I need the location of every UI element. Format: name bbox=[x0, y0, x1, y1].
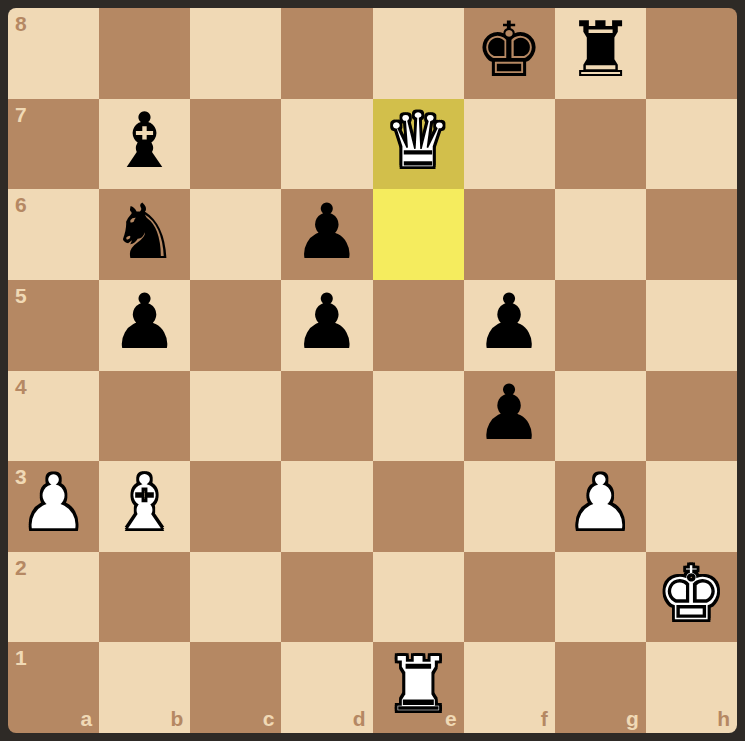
square-g4[interactable] bbox=[555, 371, 646, 462]
square-f7[interactable] bbox=[464, 99, 555, 190]
square-b8[interactable] bbox=[99, 8, 190, 99]
square-a8[interactable]: 8 bbox=[8, 8, 99, 99]
square-f4[interactable]: ♟ bbox=[464, 371, 555, 462]
square-a6[interactable]: 6 bbox=[8, 189, 99, 280]
square-b1[interactable]: b bbox=[99, 642, 190, 733]
square-c6[interactable] bbox=[190, 189, 281, 280]
square-e3[interactable] bbox=[373, 461, 464, 552]
file-label-a: a bbox=[80, 708, 92, 729]
rank-label-6: 6 bbox=[15, 194, 27, 215]
square-c1[interactable]: c bbox=[190, 642, 281, 733]
square-h8[interactable] bbox=[646, 8, 737, 99]
square-f2[interactable] bbox=[464, 552, 555, 643]
square-h1[interactable]: h bbox=[646, 642, 737, 733]
square-f5[interactable]: ♟ bbox=[464, 280, 555, 371]
square-f3[interactable] bbox=[464, 461, 555, 552]
black-pawn[interactable]: ♟ bbox=[293, 194, 361, 270]
square-d2[interactable] bbox=[281, 552, 372, 643]
rank-label-7: 7 bbox=[15, 104, 27, 125]
square-c4[interactable] bbox=[190, 371, 281, 462]
white-pawn[interactable]: ♟ bbox=[19, 465, 87, 541]
square-h6[interactable] bbox=[646, 189, 737, 280]
black-pawn[interactable]: ♟ bbox=[475, 375, 543, 451]
black-pawn[interactable]: ♟ bbox=[293, 284, 361, 360]
square-a2[interactable]: 2 bbox=[8, 552, 99, 643]
square-b2[interactable] bbox=[99, 552, 190, 643]
square-d6[interactable]: ♟ bbox=[281, 189, 372, 280]
square-d8[interactable] bbox=[281, 8, 372, 99]
square-g6[interactable] bbox=[555, 189, 646, 280]
square-a5[interactable]: 5 bbox=[8, 280, 99, 371]
rank-label-8: 8 bbox=[15, 13, 27, 34]
file-label-f: f bbox=[541, 708, 548, 729]
square-e1[interactable]: e♜ bbox=[373, 642, 464, 733]
white-rook[interactable]: ♜ bbox=[384, 647, 452, 723]
square-f1[interactable]: f bbox=[464, 642, 555, 733]
square-d3[interactable] bbox=[281, 461, 372, 552]
rank-label-4: 4 bbox=[15, 376, 27, 397]
rank-label-5: 5 bbox=[15, 285, 27, 306]
square-g5[interactable] bbox=[555, 280, 646, 371]
white-king[interactable]: ♚ bbox=[657, 556, 725, 632]
square-b6[interactable]: ♞ bbox=[99, 189, 190, 280]
black-king[interactable]: ♚ bbox=[475, 12, 543, 88]
square-b4[interactable] bbox=[99, 371, 190, 462]
square-e2[interactable] bbox=[373, 552, 464, 643]
square-g3[interactable]: ♟ bbox=[555, 461, 646, 552]
square-d5[interactable]: ♟ bbox=[281, 280, 372, 371]
white-bishop[interactable]: ♝ bbox=[111, 465, 179, 541]
square-e7[interactable]: ♛ bbox=[373, 99, 464, 190]
black-pawn[interactable]: ♟ bbox=[475, 284, 543, 360]
square-c7[interactable] bbox=[190, 99, 281, 190]
square-c5[interactable] bbox=[190, 280, 281, 371]
white-queen[interactable]: ♛ bbox=[384, 103, 452, 179]
file-label-g: g bbox=[626, 708, 639, 729]
square-a4[interactable]: 4 bbox=[8, 371, 99, 462]
black-knight[interactable]: ♞ bbox=[111, 194, 179, 270]
file-label-h: h bbox=[717, 708, 730, 729]
square-b7[interactable]: ♝ bbox=[99, 99, 190, 190]
chess-board: 8♚♜7♝♛6♞♟5♟♟♟4♟3♟♝♟2♚1abcde♜fgh bbox=[8, 8, 737, 733]
square-h7[interactable] bbox=[646, 99, 737, 190]
square-a1[interactable]: 1a bbox=[8, 642, 99, 733]
square-g8[interactable]: ♜ bbox=[555, 8, 646, 99]
square-e8[interactable] bbox=[373, 8, 464, 99]
square-c8[interactable] bbox=[190, 8, 281, 99]
square-g2[interactable] bbox=[555, 552, 646, 643]
square-b3[interactable]: ♝ bbox=[99, 461, 190, 552]
rank-label-2: 2 bbox=[15, 557, 27, 578]
black-bishop[interactable]: ♝ bbox=[111, 103, 179, 179]
square-a7[interactable]: 7 bbox=[8, 99, 99, 190]
black-pawn[interactable]: ♟ bbox=[111, 284, 179, 360]
rank-label-1: 1 bbox=[15, 647, 27, 668]
square-g7[interactable] bbox=[555, 99, 646, 190]
square-c2[interactable] bbox=[190, 552, 281, 643]
square-f6[interactable] bbox=[464, 189, 555, 280]
white-pawn[interactable]: ♟ bbox=[566, 465, 634, 541]
square-h5[interactable] bbox=[646, 280, 737, 371]
file-label-c: c bbox=[263, 708, 275, 729]
square-e4[interactable] bbox=[373, 371, 464, 462]
square-h3[interactable] bbox=[646, 461, 737, 552]
square-d7[interactable] bbox=[281, 99, 372, 190]
square-e6[interactable] bbox=[373, 189, 464, 280]
square-c3[interactable] bbox=[190, 461, 281, 552]
square-a3[interactable]: 3♟ bbox=[8, 461, 99, 552]
square-g1[interactable]: g bbox=[555, 642, 646, 733]
file-label-b: b bbox=[170, 708, 183, 729]
square-h2[interactable]: ♚ bbox=[646, 552, 737, 643]
square-b5[interactable]: ♟ bbox=[99, 280, 190, 371]
board-frame: 8♚♜7♝♛6♞♟5♟♟♟4♟3♟♝♟2♚1abcde♜fgh bbox=[0, 0, 745, 741]
square-d4[interactable] bbox=[281, 371, 372, 462]
file-label-d: d bbox=[353, 708, 366, 729]
square-h4[interactable] bbox=[646, 371, 737, 462]
square-f8[interactable]: ♚ bbox=[464, 8, 555, 99]
square-d1[interactable]: d bbox=[281, 642, 372, 733]
black-rook[interactable]: ♜ bbox=[566, 12, 634, 88]
square-e5[interactable] bbox=[373, 280, 464, 371]
